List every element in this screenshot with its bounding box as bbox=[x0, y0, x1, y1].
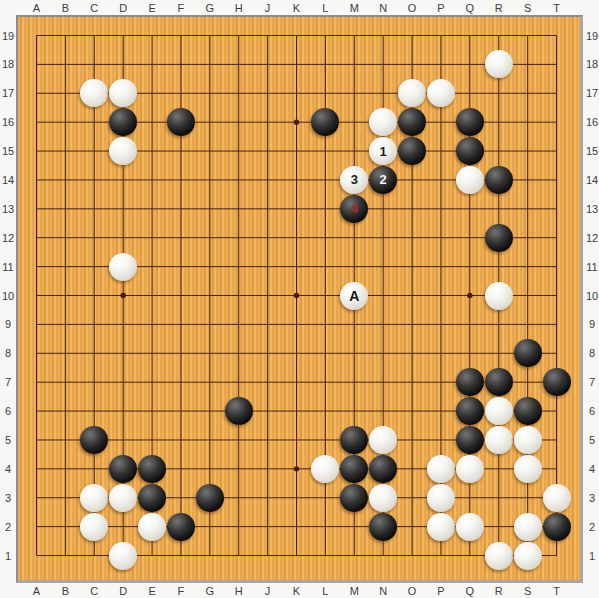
coordinate-label-top-Q: Q bbox=[466, 3, 475, 14]
stone-white-S2 bbox=[514, 513, 542, 541]
coordinate-label-left-4: 4 bbox=[0, 463, 16, 474]
stone-black-Q6 bbox=[456, 397, 484, 425]
coordinate-label-top-D: D bbox=[119, 3, 127, 14]
coordinate-label-left-2: 2 bbox=[0, 521, 16, 532]
stone-black-M4 bbox=[340, 455, 368, 483]
coordinate-label-left-3: 3 bbox=[0, 492, 16, 503]
coordinate-label-left-7: 7 bbox=[0, 377, 16, 388]
stone-white-D11 bbox=[109, 253, 137, 281]
coordinate-label-left-13: 13 bbox=[0, 203, 16, 214]
coordinate-label-top-K: K bbox=[293, 3, 300, 14]
stone-white-R6 bbox=[485, 397, 513, 425]
coordinate-label-right-18: 18 bbox=[584, 59, 599, 70]
stone-white-R18 bbox=[485, 50, 513, 78]
coordinate-label-right-1: 1 bbox=[584, 550, 599, 561]
coordinate-label-bottom-R: R bbox=[495, 586, 503, 597]
stone-black-S6 bbox=[514, 397, 542, 425]
stone-black-O15 bbox=[398, 137, 426, 165]
coordinate-label-top-G: G bbox=[206, 3, 215, 14]
coordinate-label-left-9: 9 bbox=[0, 319, 16, 330]
coordinate-label-bottom-Q: Q bbox=[466, 586, 475, 597]
coordinate-label-left-8: 8 bbox=[0, 348, 16, 359]
coordinate-label-top-H: H bbox=[235, 3, 243, 14]
coordinate-label-left-19: 19 bbox=[0, 30, 16, 41]
coordinate-label-bottom-N: N bbox=[379, 586, 387, 597]
coordinate-label-right-7: 7 bbox=[584, 377, 599, 388]
coordinate-label-right-10: 10 bbox=[584, 290, 599, 301]
coordinate-label-left-15: 15 bbox=[0, 146, 16, 157]
stone-black-Q15 bbox=[456, 137, 484, 165]
stone-label-2: 2 bbox=[380, 173, 387, 186]
stone-black-T2 bbox=[543, 513, 571, 541]
stone-white-P2 bbox=[427, 513, 455, 541]
stone-white-S4 bbox=[514, 455, 542, 483]
coordinate-label-top-R: R bbox=[495, 3, 503, 14]
stone-white-Q4 bbox=[456, 455, 484, 483]
coordinate-label-top-C: C bbox=[90, 3, 98, 14]
stone-white-P4 bbox=[427, 455, 455, 483]
stone-black-S8 bbox=[514, 339, 542, 367]
coordinate-label-left-10: 10 bbox=[0, 290, 16, 301]
coordinate-label-top-P: P bbox=[437, 3, 444, 14]
stone-label-4: 4 bbox=[351, 202, 358, 215]
stone-label-3: 3 bbox=[351, 173, 358, 186]
coordinate-label-right-17: 17 bbox=[584, 88, 599, 99]
stone-black-F16 bbox=[167, 108, 195, 136]
coordinate-label-right-11: 11 bbox=[584, 261, 599, 272]
stone-white-D1 bbox=[109, 542, 137, 570]
stone-black-H6 bbox=[225, 397, 253, 425]
coordinate-label-right-16: 16 bbox=[584, 117, 599, 128]
hoshi-point bbox=[294, 466, 299, 471]
stone-white-R1 bbox=[485, 542, 513, 570]
coordinate-label-top-O: O bbox=[408, 3, 417, 14]
stone-black-D4 bbox=[109, 455, 137, 483]
coordinate-label-right-9: 9 bbox=[584, 319, 599, 330]
coordinate-label-bottom-L: L bbox=[322, 586, 328, 597]
coordinate-label-bottom-F: F bbox=[178, 586, 185, 597]
coordinate-label-right-12: 12 bbox=[584, 232, 599, 243]
stone-white-E2 bbox=[138, 513, 166, 541]
coordinate-label-top-L: L bbox=[322, 3, 328, 14]
coordinate-label-bottom-K: K bbox=[293, 586, 300, 597]
coordinate-label-right-8: 8 bbox=[584, 348, 599, 359]
coordinate-label-bottom-B: B bbox=[62, 586, 69, 597]
hoshi-point bbox=[467, 293, 472, 298]
coordinate-label-left-5: 5 bbox=[0, 434, 16, 445]
hoshi-point bbox=[294, 119, 299, 124]
coordinate-label-bottom-G: G bbox=[206, 586, 215, 597]
stone-black-Q16 bbox=[456, 108, 484, 136]
coordinate-label-left-12: 12 bbox=[0, 232, 16, 243]
stone-white-N3 bbox=[369, 484, 397, 512]
coordinate-label-bottom-H: H bbox=[235, 586, 243, 597]
stone-black-R14 bbox=[485, 166, 513, 194]
coordinate-label-top-J: J bbox=[265, 3, 271, 14]
coordinate-label-top-E: E bbox=[148, 3, 155, 14]
coordinate-label-top-T: T bbox=[553, 3, 560, 14]
coordinate-label-bottom-P: P bbox=[437, 586, 444, 597]
stone-white-T3 bbox=[543, 484, 571, 512]
stone-white-C3 bbox=[80, 484, 108, 512]
stone-black-N2 bbox=[369, 513, 397, 541]
stone-white-S5 bbox=[514, 426, 542, 454]
coordinate-label-bottom-D: D bbox=[119, 586, 127, 597]
coordinate-label-bottom-T: T bbox=[553, 586, 560, 597]
stone-black-R7 bbox=[485, 368, 513, 396]
stone-black-E3 bbox=[138, 484, 166, 512]
coordinate-label-top-N: N bbox=[379, 3, 387, 14]
go-board[interactable]: 2413A bbox=[16, 15, 583, 583]
coordinate-label-top-M: M bbox=[350, 3, 359, 14]
stone-black-Q5 bbox=[456, 426, 484, 454]
stone-black-R12 bbox=[485, 224, 513, 252]
coordinate-label-right-4: 4 bbox=[584, 463, 599, 474]
coordinate-label-bottom-M: M bbox=[350, 586, 359, 597]
stone-black-N14: 2 bbox=[369, 166, 397, 194]
coordinate-label-bottom-S: S bbox=[524, 586, 531, 597]
hoshi-point bbox=[294, 293, 299, 298]
stone-white-M10: A bbox=[340, 282, 368, 310]
coordinate-label-right-2: 2 bbox=[584, 521, 599, 532]
stone-white-C2 bbox=[80, 513, 108, 541]
coordinate-label-right-19: 19 bbox=[584, 30, 599, 41]
coordinate-label-top-S: S bbox=[524, 3, 531, 14]
coordinate-label-bottom-E: E bbox=[148, 586, 155, 597]
stone-black-F2 bbox=[167, 513, 195, 541]
stone-black-M3 bbox=[340, 484, 368, 512]
stone-label-1: 1 bbox=[380, 145, 387, 158]
coordinate-label-bottom-J: J bbox=[265, 586, 271, 597]
coordinate-label-left-6: 6 bbox=[0, 406, 16, 417]
coordinate-label-left-11: 11 bbox=[0, 261, 16, 272]
coordinate-label-top-A: A bbox=[33, 3, 40, 14]
hoshi-point bbox=[120, 293, 125, 298]
stone-white-N5 bbox=[369, 426, 397, 454]
stone-black-N4 bbox=[369, 455, 397, 483]
stone-white-Q2 bbox=[456, 513, 484, 541]
stone-black-T7 bbox=[543, 368, 571, 396]
coordinate-label-top-B: B bbox=[62, 3, 69, 14]
coordinate-label-left-18: 18 bbox=[0, 59, 16, 70]
coordinate-label-right-15: 15 bbox=[584, 146, 599, 157]
coordinate-label-right-13: 13 bbox=[584, 203, 599, 214]
coordinate-label-bottom-O: O bbox=[408, 586, 417, 597]
coordinate-label-left-16: 16 bbox=[0, 117, 16, 128]
coordinate-label-right-14: 14 bbox=[584, 174, 599, 185]
stone-white-D3 bbox=[109, 484, 137, 512]
stone-black-G3 bbox=[196, 484, 224, 512]
stone-white-Q14 bbox=[456, 166, 484, 194]
coordinate-label-left-1: 1 bbox=[0, 550, 16, 561]
stone-black-Q7 bbox=[456, 368, 484, 396]
stone-white-S1 bbox=[514, 542, 542, 570]
coordinate-label-right-3: 3 bbox=[584, 492, 599, 503]
coordinate-label-right-5: 5 bbox=[584, 434, 599, 445]
stone-white-D15 bbox=[109, 137, 137, 165]
stone-white-R10 bbox=[485, 282, 513, 310]
stone-black-M13: 4 bbox=[340, 195, 368, 223]
coordinate-label-bottom-C: C bbox=[90, 586, 98, 597]
coordinate-label-left-17: 17 bbox=[0, 88, 16, 99]
coordinate-label-top-F: F bbox=[178, 3, 185, 14]
stone-label-A: A bbox=[349, 289, 359, 303]
coordinate-label-bottom-A: A bbox=[33, 586, 40, 597]
go-diagram-page: 2413A AABBCCDDEEFFGGHHJJKKLLMMNNOOPPQQRR… bbox=[0, 0, 599, 598]
stone-white-R5 bbox=[485, 426, 513, 454]
coordinate-label-right-6: 6 bbox=[584, 406, 599, 417]
stone-white-P3 bbox=[427, 484, 455, 512]
stone-black-E4 bbox=[138, 455, 166, 483]
coordinate-label-left-14: 14 bbox=[0, 174, 16, 185]
